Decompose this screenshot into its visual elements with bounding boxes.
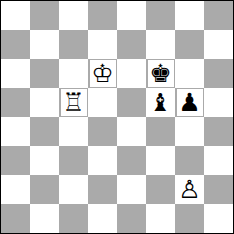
square-g1 — [175, 204, 204, 233]
square-e7 — [117, 30, 146, 59]
square-f4 — [146, 117, 175, 146]
square-f5: ♝ — [146, 88, 175, 117]
white-pawn: ♙ — [177, 176, 203, 203]
square-h1 — [204, 204, 233, 233]
square-e6 — [117, 59, 146, 88]
square-e3 — [117, 146, 146, 175]
square-a3 — [1, 146, 30, 175]
square-c2 — [59, 175, 88, 204]
black-pawn: ♟ — [177, 89, 203, 116]
square-c8 — [59, 1, 88, 30]
square-c4 — [59, 117, 88, 146]
square-e4 — [117, 117, 146, 146]
square-b2 — [30, 175, 59, 204]
square-f8 — [146, 1, 175, 30]
square-g3 — [175, 146, 204, 175]
square-d3 — [88, 146, 117, 175]
square-d1 — [88, 204, 117, 233]
square-e1 — [117, 204, 146, 233]
square-h5 — [204, 88, 233, 117]
square-b4 — [30, 117, 59, 146]
square-a8 — [1, 1, 30, 30]
square-c1 — [59, 204, 88, 233]
square-d6: ♔ — [88, 59, 117, 88]
square-d2 — [88, 175, 117, 204]
chess-board: ♔♚♖♝♟♙ — [0, 0, 234, 234]
square-b5 — [30, 88, 59, 117]
square-b7 — [30, 30, 59, 59]
square-d7 — [88, 30, 117, 59]
black-bishop: ♝ — [148, 89, 174, 116]
square-g4 — [175, 117, 204, 146]
square-b1 — [30, 204, 59, 233]
black-king: ♚ — [148, 60, 174, 87]
square-b6 — [30, 59, 59, 88]
square-f2 — [146, 175, 175, 204]
square-b3 — [30, 146, 59, 175]
square-f1 — [146, 204, 175, 233]
square-g2: ♙ — [175, 175, 204, 204]
square-e5 — [117, 88, 146, 117]
square-a7 — [1, 30, 30, 59]
square-g8 — [175, 1, 204, 30]
square-h3 — [204, 146, 233, 175]
square-h2 — [204, 175, 233, 204]
square-h4 — [204, 117, 233, 146]
square-f7 — [146, 30, 175, 59]
square-d5 — [88, 88, 117, 117]
square-e2 — [117, 175, 146, 204]
square-a6 — [1, 59, 30, 88]
square-h8 — [204, 1, 233, 30]
square-a4 — [1, 117, 30, 146]
square-f3 — [146, 146, 175, 175]
square-h6 — [204, 59, 233, 88]
square-g6 — [175, 59, 204, 88]
square-e8 — [117, 1, 146, 30]
square-d8 — [88, 1, 117, 30]
square-a2 — [1, 175, 30, 204]
square-c6 — [59, 59, 88, 88]
square-h7 — [204, 30, 233, 59]
square-g5: ♟ — [175, 88, 204, 117]
square-c5: ♖ — [59, 88, 88, 117]
white-king: ♔ — [90, 60, 116, 87]
square-f6: ♚ — [146, 59, 175, 88]
square-a1 — [1, 204, 30, 233]
square-c3 — [59, 146, 88, 175]
square-a5 — [1, 88, 30, 117]
square-b8 — [30, 1, 59, 30]
square-d4 — [88, 117, 117, 146]
square-c7 — [59, 30, 88, 59]
white-rook: ♖ — [61, 89, 87, 116]
square-g7 — [175, 30, 204, 59]
